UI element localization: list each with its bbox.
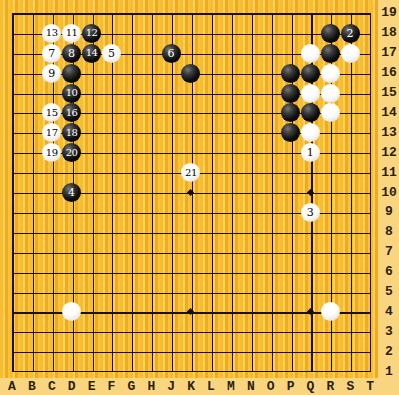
point-G17[interactable] xyxy=(121,43,141,63)
point-P19[interactable] xyxy=(280,4,300,24)
point-Q19[interactable] xyxy=(300,4,320,24)
point-M16[interactable] xyxy=(221,63,241,83)
point-Q10[interactable] xyxy=(300,183,320,203)
point-P7[interactable] xyxy=(280,242,300,262)
point-L4[interactable] xyxy=(201,302,221,322)
point-P18[interactable] xyxy=(280,23,300,43)
point-A18[interactable] xyxy=(2,23,22,43)
point-N18[interactable] xyxy=(241,23,261,43)
point-R10[interactable] xyxy=(320,183,340,203)
point-K11[interactable]: 21 xyxy=(181,163,201,183)
point-B14[interactable] xyxy=(22,103,42,123)
point-F13[interactable] xyxy=(101,123,121,143)
point-J14[interactable] xyxy=(161,103,181,123)
point-G13[interactable] xyxy=(121,123,141,143)
point-O7[interactable] xyxy=(261,242,281,262)
point-H11[interactable] xyxy=(141,163,161,183)
point-D6[interactable] xyxy=(62,262,82,282)
point-F12[interactable] xyxy=(101,143,121,163)
point-N16[interactable] xyxy=(241,63,261,83)
point-S19[interactable] xyxy=(340,4,360,24)
point-T15[interactable] xyxy=(360,83,380,103)
point-D19[interactable] xyxy=(62,4,82,24)
point-P10[interactable] xyxy=(280,183,300,203)
point-R16[interactable] xyxy=(320,63,340,83)
point-G2[interactable] xyxy=(121,342,141,362)
point-Q17[interactable] xyxy=(300,43,320,63)
point-F9[interactable] xyxy=(101,202,121,222)
point-C10[interactable] xyxy=(42,183,62,203)
point-B13[interactable] xyxy=(22,123,42,143)
point-P12[interactable] xyxy=(280,143,300,163)
point-C14[interactable]: 15 xyxy=(42,103,62,123)
point-C8[interactable] xyxy=(42,222,62,242)
point-C5[interactable] xyxy=(42,282,62,302)
point-E17[interactable]: 14 xyxy=(82,43,102,63)
point-B19[interactable] xyxy=(22,4,42,24)
point-T13[interactable] xyxy=(360,123,380,143)
point-N15[interactable] xyxy=(241,83,261,103)
point-O9[interactable] xyxy=(261,202,281,222)
point-O10[interactable] xyxy=(261,183,281,203)
point-P13[interactable] xyxy=(280,123,300,143)
point-R8[interactable] xyxy=(320,222,340,242)
point-T18[interactable] xyxy=(360,23,380,43)
point-F17[interactable]: 5 xyxy=(101,43,121,63)
point-D14[interactable]: 16 xyxy=(62,103,82,123)
point-B15[interactable] xyxy=(22,83,42,103)
point-S6[interactable] xyxy=(340,262,360,282)
point-O14[interactable] xyxy=(261,103,281,123)
point-P2[interactable] xyxy=(280,342,300,362)
point-G18[interactable] xyxy=(121,23,141,43)
point-A6[interactable] xyxy=(2,262,22,282)
point-T10[interactable] xyxy=(360,183,380,203)
point-M14[interactable] xyxy=(221,103,241,123)
point-F6[interactable] xyxy=(101,262,121,282)
point-E16[interactable] xyxy=(82,63,102,83)
point-L7[interactable] xyxy=(201,242,221,262)
point-K4[interactable] xyxy=(181,302,201,322)
point-R5[interactable] xyxy=(320,282,340,302)
point-F2[interactable] xyxy=(101,342,121,362)
point-B5[interactable] xyxy=(22,282,42,302)
point-G19[interactable] xyxy=(121,4,141,24)
point-Q11[interactable] xyxy=(300,163,320,183)
point-D12[interactable]: 20 xyxy=(62,143,82,163)
point-C13[interactable]: 17 xyxy=(42,123,62,143)
point-G8[interactable] xyxy=(121,222,141,242)
point-A2[interactable] xyxy=(2,342,22,362)
point-H13[interactable] xyxy=(141,123,161,143)
point-R15[interactable] xyxy=(320,83,340,103)
point-A17[interactable] xyxy=(2,43,22,63)
point-H8[interactable] xyxy=(141,222,161,242)
point-J10[interactable] xyxy=(161,183,181,203)
point-T16[interactable] xyxy=(360,63,380,83)
point-E9[interactable] xyxy=(82,202,102,222)
point-B2[interactable] xyxy=(22,342,42,362)
point-N11[interactable] xyxy=(241,163,261,183)
point-A3[interactable] xyxy=(2,322,22,342)
point-S5[interactable] xyxy=(340,282,360,302)
point-E12[interactable] xyxy=(82,143,102,163)
point-E6[interactable] xyxy=(82,262,102,282)
point-B8[interactable] xyxy=(22,222,42,242)
point-Q15[interactable] xyxy=(300,83,320,103)
point-D9[interactable] xyxy=(62,202,82,222)
point-A7[interactable] xyxy=(2,242,22,262)
point-J5[interactable] xyxy=(161,282,181,302)
point-P17[interactable] xyxy=(280,43,300,63)
point-A9[interactable] xyxy=(2,202,22,222)
point-G6[interactable] xyxy=(121,262,141,282)
point-P15[interactable] xyxy=(280,83,300,103)
point-O19[interactable] xyxy=(261,4,281,24)
point-F18[interactable] xyxy=(101,23,121,43)
point-K16[interactable] xyxy=(181,63,201,83)
point-H18[interactable] xyxy=(141,23,161,43)
point-J19[interactable] xyxy=(161,4,181,24)
point-R3[interactable] xyxy=(320,322,340,342)
point-A15[interactable] xyxy=(2,83,22,103)
point-O15[interactable] xyxy=(261,83,281,103)
point-Q8[interactable] xyxy=(300,222,320,242)
point-M7[interactable] xyxy=(221,242,241,262)
point-F19[interactable] xyxy=(101,4,121,24)
point-N5[interactable] xyxy=(241,282,261,302)
point-D15[interactable]: 10 xyxy=(62,83,82,103)
point-M19[interactable] xyxy=(221,4,241,24)
point-O17[interactable] xyxy=(261,43,281,63)
point-J7[interactable] xyxy=(161,242,181,262)
point-Q13[interactable] xyxy=(300,123,320,143)
point-S9[interactable] xyxy=(340,202,360,222)
point-J3[interactable] xyxy=(161,322,181,342)
point-P6[interactable] xyxy=(280,262,300,282)
point-B10[interactable] xyxy=(22,183,42,203)
point-M12[interactable] xyxy=(221,143,241,163)
point-B3[interactable] xyxy=(22,322,42,342)
point-F4[interactable] xyxy=(101,302,121,322)
point-M10[interactable] xyxy=(221,183,241,203)
point-H17[interactable] xyxy=(141,43,161,63)
point-E19[interactable] xyxy=(82,4,102,24)
point-N6[interactable] xyxy=(241,262,261,282)
point-F11[interactable] xyxy=(101,163,121,183)
point-S18[interactable]: 2 xyxy=(340,23,360,43)
point-D16[interactable] xyxy=(62,63,82,83)
point-Q9[interactable]: 3 xyxy=(300,202,320,222)
point-N9[interactable] xyxy=(241,202,261,222)
point-N4[interactable] xyxy=(241,302,261,322)
point-H7[interactable] xyxy=(141,242,161,262)
point-M4[interactable] xyxy=(221,302,241,322)
point-T9[interactable] xyxy=(360,202,380,222)
point-C3[interactable] xyxy=(42,322,62,342)
point-H4[interactable] xyxy=(141,302,161,322)
point-A5[interactable] xyxy=(2,282,22,302)
point-F16[interactable] xyxy=(101,63,121,83)
point-M5[interactable] xyxy=(221,282,241,302)
point-S16[interactable] xyxy=(340,63,360,83)
point-N10[interactable] xyxy=(241,183,261,203)
point-S11[interactable] xyxy=(340,163,360,183)
point-C11[interactable] xyxy=(42,163,62,183)
point-T6[interactable] xyxy=(360,262,380,282)
point-E13[interactable] xyxy=(82,123,102,143)
point-B4[interactable] xyxy=(22,302,42,322)
point-F14[interactable] xyxy=(101,103,121,123)
point-H3[interactable] xyxy=(141,322,161,342)
point-C4[interactable] xyxy=(42,302,62,322)
point-G3[interactable] xyxy=(121,322,141,342)
point-Q7[interactable] xyxy=(300,242,320,262)
point-C6[interactable] xyxy=(42,262,62,282)
point-G10[interactable] xyxy=(121,183,141,203)
point-A4[interactable] xyxy=(2,302,22,322)
point-S8[interactable] xyxy=(340,222,360,242)
point-K9[interactable] xyxy=(181,202,201,222)
point-B7[interactable] xyxy=(22,242,42,262)
point-O4[interactable] xyxy=(261,302,281,322)
point-K15[interactable] xyxy=(181,83,201,103)
point-G9[interactable] xyxy=(121,202,141,222)
point-F5[interactable] xyxy=(101,282,121,302)
point-E7[interactable] xyxy=(82,242,102,262)
point-L11[interactable] xyxy=(201,163,221,183)
point-P16[interactable] xyxy=(280,63,300,83)
point-K8[interactable] xyxy=(181,222,201,242)
point-P5[interactable] xyxy=(280,282,300,302)
point-H2[interactable] xyxy=(141,342,161,362)
point-H15[interactable] xyxy=(141,83,161,103)
point-C12[interactable]: 19 xyxy=(42,143,62,163)
point-D7[interactable] xyxy=(62,242,82,262)
point-A19[interactable] xyxy=(2,4,22,24)
point-G16[interactable] xyxy=(121,63,141,83)
point-Q3[interactable] xyxy=(300,322,320,342)
point-F3[interactable] xyxy=(101,322,121,342)
point-R12[interactable] xyxy=(320,143,340,163)
point-E8[interactable] xyxy=(82,222,102,242)
point-E2[interactable] xyxy=(82,342,102,362)
point-E15[interactable] xyxy=(82,83,102,103)
point-Q14[interactable] xyxy=(300,103,320,123)
point-H6[interactable] xyxy=(141,262,161,282)
point-B17[interactable] xyxy=(22,43,42,63)
point-M17[interactable] xyxy=(221,43,241,63)
point-K18[interactable] xyxy=(181,23,201,43)
point-S10[interactable] xyxy=(340,183,360,203)
point-R2[interactable] xyxy=(320,342,340,362)
point-F7[interactable] xyxy=(101,242,121,262)
point-J4[interactable] xyxy=(161,302,181,322)
point-J13[interactable] xyxy=(161,123,181,143)
point-R14[interactable] xyxy=(320,103,340,123)
point-O8[interactable] xyxy=(261,222,281,242)
point-T5[interactable] xyxy=(360,282,380,302)
point-H14[interactable] xyxy=(141,103,161,123)
point-G14[interactable] xyxy=(121,103,141,123)
point-N2[interactable] xyxy=(241,342,261,362)
point-G15[interactable] xyxy=(121,83,141,103)
point-B11[interactable] xyxy=(22,163,42,183)
point-L6[interactable] xyxy=(201,262,221,282)
point-J18[interactable] xyxy=(161,23,181,43)
point-N17[interactable] xyxy=(241,43,261,63)
point-L2[interactable] xyxy=(201,342,221,362)
point-R7[interactable] xyxy=(320,242,340,262)
point-G4[interactable] xyxy=(121,302,141,322)
point-T14[interactable] xyxy=(360,103,380,123)
point-K6[interactable] xyxy=(181,262,201,282)
point-Q2[interactable] xyxy=(300,342,320,362)
point-P14[interactable] xyxy=(280,103,300,123)
point-H12[interactable] xyxy=(141,143,161,163)
point-C17[interactable]: 7 xyxy=(42,43,62,63)
point-N19[interactable] xyxy=(241,4,261,24)
point-O11[interactable] xyxy=(261,163,281,183)
point-R17[interactable] xyxy=(320,43,340,63)
point-J16[interactable] xyxy=(161,63,181,83)
point-A11[interactable] xyxy=(2,163,22,183)
point-O16[interactable] xyxy=(261,63,281,83)
point-D3[interactable] xyxy=(62,322,82,342)
point-T12[interactable] xyxy=(360,143,380,163)
point-K17[interactable] xyxy=(181,43,201,63)
point-E18[interactable]: 12 xyxy=(82,23,102,43)
point-L5[interactable] xyxy=(201,282,221,302)
point-O2[interactable] xyxy=(261,342,281,362)
point-K7[interactable] xyxy=(181,242,201,262)
point-Q18[interactable] xyxy=(300,23,320,43)
point-H19[interactable] xyxy=(141,4,161,24)
point-K19[interactable] xyxy=(181,4,201,24)
point-T17[interactable] xyxy=(360,43,380,63)
point-P11[interactable] xyxy=(280,163,300,183)
point-T8[interactable] xyxy=(360,222,380,242)
point-K5[interactable] xyxy=(181,282,201,302)
point-J15[interactable] xyxy=(161,83,181,103)
point-D10[interactable]: 4 xyxy=(62,183,82,203)
point-L12[interactable] xyxy=(201,143,221,163)
point-C15[interactable] xyxy=(42,83,62,103)
point-M3[interactable] xyxy=(221,322,241,342)
point-O12[interactable] xyxy=(261,143,281,163)
point-P3[interactable] xyxy=(280,322,300,342)
point-H9[interactable] xyxy=(141,202,161,222)
point-M2[interactable] xyxy=(221,342,241,362)
point-B6[interactable] xyxy=(22,262,42,282)
point-D8[interactable] xyxy=(62,222,82,242)
point-A8[interactable] xyxy=(2,222,22,242)
point-S7[interactable] xyxy=(340,242,360,262)
point-P8[interactable] xyxy=(280,222,300,242)
point-E4[interactable] xyxy=(82,302,102,322)
point-G5[interactable] xyxy=(121,282,141,302)
point-E14[interactable] xyxy=(82,103,102,123)
point-O3[interactable] xyxy=(261,322,281,342)
point-L8[interactable] xyxy=(201,222,221,242)
point-L14[interactable] xyxy=(201,103,221,123)
point-D4[interactable] xyxy=(62,302,82,322)
point-P4[interactable] xyxy=(280,302,300,322)
point-D18[interactable]: 11 xyxy=(62,23,82,43)
point-E5[interactable] xyxy=(82,282,102,302)
point-R9[interactable] xyxy=(320,202,340,222)
point-F8[interactable] xyxy=(101,222,121,242)
point-H5[interactable] xyxy=(141,282,161,302)
point-M18[interactable] xyxy=(221,23,241,43)
point-K3[interactable] xyxy=(181,322,201,342)
point-K13[interactable] xyxy=(181,123,201,143)
point-Q4[interactable] xyxy=(300,302,320,322)
point-A13[interactable] xyxy=(2,123,22,143)
point-S12[interactable] xyxy=(340,143,360,163)
point-L18[interactable] xyxy=(201,23,221,43)
point-N8[interactable] xyxy=(241,222,261,242)
point-J8[interactable] xyxy=(161,222,181,242)
point-Q5[interactable] xyxy=(300,282,320,302)
point-N12[interactable] xyxy=(241,143,261,163)
point-N14[interactable] xyxy=(241,103,261,123)
point-O6[interactable] xyxy=(261,262,281,282)
point-T3[interactable] xyxy=(360,322,380,342)
point-D5[interactable] xyxy=(62,282,82,302)
point-L9[interactable] xyxy=(201,202,221,222)
point-J9[interactable] xyxy=(161,202,181,222)
point-M11[interactable] xyxy=(221,163,241,183)
point-N3[interactable] xyxy=(241,322,261,342)
point-J11[interactable] xyxy=(161,163,181,183)
point-L3[interactable] xyxy=(201,322,221,342)
point-D13[interactable]: 18 xyxy=(62,123,82,143)
point-R6[interactable] xyxy=(320,262,340,282)
point-N7[interactable] xyxy=(241,242,261,262)
point-L13[interactable] xyxy=(201,123,221,143)
point-D17[interactable]: 8 xyxy=(62,43,82,63)
point-Q16[interactable] xyxy=(300,63,320,83)
point-C18[interactable]: 13 xyxy=(42,23,62,43)
point-S2[interactable] xyxy=(340,342,360,362)
point-O5[interactable] xyxy=(261,282,281,302)
point-K14[interactable] xyxy=(181,103,201,123)
point-C16[interactable]: 9 xyxy=(42,63,62,83)
point-G12[interactable] xyxy=(121,143,141,163)
point-K10[interactable] xyxy=(181,183,201,203)
point-S4[interactable] xyxy=(340,302,360,322)
point-O18[interactable] xyxy=(261,23,281,43)
point-E10[interactable] xyxy=(82,183,102,203)
point-R18[interactable] xyxy=(320,23,340,43)
point-S17[interactable] xyxy=(340,43,360,63)
point-R4[interactable] xyxy=(320,302,340,322)
point-A12[interactable] xyxy=(2,143,22,163)
point-M9[interactable] xyxy=(221,202,241,222)
point-L16[interactable] xyxy=(201,63,221,83)
point-E11[interactable] xyxy=(82,163,102,183)
point-H10[interactable] xyxy=(141,183,161,203)
point-L15[interactable] xyxy=(201,83,221,103)
point-C2[interactable] xyxy=(42,342,62,362)
point-S13[interactable] xyxy=(340,123,360,143)
point-H16[interactable] xyxy=(141,63,161,83)
point-G7[interactable] xyxy=(121,242,141,262)
point-M6[interactable] xyxy=(221,262,241,282)
point-E3[interactable] xyxy=(82,322,102,342)
point-K2[interactable] xyxy=(181,342,201,362)
